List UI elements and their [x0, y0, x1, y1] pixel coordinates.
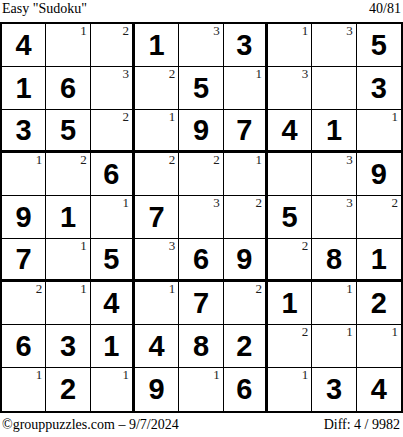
cell-value: 4 [371, 375, 387, 404]
cell-r7c1[interactable]: 2 [2, 282, 46, 325]
cell-r3c3[interactable]: 2 [91, 110, 135, 153]
cell-r6c7[interactable]: 2 [268, 239, 312, 282]
cell-r3c5[interactable]: 9 [179, 110, 223, 153]
cell-value: 1 [149, 31, 165, 60]
cell-r8c8[interactable]: 1 [312, 325, 356, 368]
cell-value: 9 [149, 375, 165, 404]
cell-value: 7 [16, 245, 32, 274]
cell-r8c7[interactable]: 2 [268, 325, 312, 368]
pencil-mark: 2 [169, 66, 176, 81]
pencil-mark: 1 [80, 23, 87, 38]
cell-value: 2 [60, 375, 76, 404]
pencil-mark: 1 [255, 152, 262, 167]
cell-value: 4 [16, 31, 32, 60]
pencil-mark: 2 [302, 324, 309, 339]
pencil-mark: 1 [255, 66, 262, 81]
cell-r1c5[interactable]: 3 [179, 24, 223, 67]
cell-r8c2[interactable]: 3 [46, 325, 90, 368]
cell-value: 3 [236, 31, 252, 60]
pencil-mark: 1 [346, 324, 353, 339]
cell-r2c2[interactable]: 6 [46, 67, 90, 110]
cell-value: 5 [371, 31, 387, 60]
cell-value: 1 [16, 74, 32, 103]
cell-value: 1 [282, 289, 298, 318]
pencil-mark: 1 [122, 367, 129, 382]
cell-value: 1 [60, 203, 76, 232]
cell-value: 8 [326, 245, 342, 274]
pencil-mark: 1 [169, 281, 176, 296]
cell-r6c8[interactable]: 8 [312, 239, 356, 282]
cell-r7c5[interactable]: 7 [179, 282, 223, 325]
pencil-mark: 1 [213, 367, 220, 382]
pencil-mark: 3 [346, 195, 353, 210]
cell-r7c3[interactable]: 4 [91, 282, 135, 325]
pencil-mark: 2 [122, 109, 129, 124]
cell-r5c3[interactable]: 1 [91, 196, 135, 239]
cell-r7c6[interactable]: 2 [224, 282, 268, 325]
copyright-date: ©grouppuzzles.com – 9/7/2024 [2, 417, 179, 433]
pencil-mark: 1 [391, 109, 398, 124]
cell-r7c8[interactable]: 1 [312, 282, 356, 325]
cell-r9c5[interactable]: 1 [179, 368, 223, 411]
pencil-mark: 1 [346, 281, 353, 296]
cell-r1c6[interactable]: 3 [224, 24, 268, 67]
cell-r6c4[interactable]: 3 [135, 239, 179, 282]
cell-value: 1 [371, 245, 387, 274]
cell-value: 4 [103, 289, 119, 318]
pencil-mark: 3 [169, 238, 176, 253]
cell-r2c1[interactable]: 1 [2, 67, 46, 110]
cell-r4c1[interactable]: 1 [2, 153, 46, 196]
pencil-mark: 1 [80, 238, 87, 253]
cell-r8c4[interactable]: 4 [135, 325, 179, 368]
cell-r2c8[interactable] [312, 67, 356, 110]
cell-r5c2[interactable]: 1 [46, 196, 90, 239]
cell-r5c7[interactable]: 5 [268, 196, 312, 239]
cell-r2c9[interactable]: 3 [357, 67, 401, 110]
pencil-mark: 1 [169, 109, 176, 124]
cell-r5c4[interactable]: 7 [135, 196, 179, 239]
cell-r3c7[interactable]: 4 [268, 110, 312, 153]
pencil-mark: 2 [122, 23, 129, 38]
cell-value: 9 [371, 160, 387, 189]
cell-value: 2 [371, 289, 387, 318]
cell-r9c8[interactable]: 3 [312, 368, 356, 411]
cell-r8c3[interactable]: 1 [91, 325, 135, 368]
pencil-mark: 2 [80, 152, 87, 167]
cell-value: 2 [236, 332, 252, 361]
cell-r9c4[interactable]: 9 [135, 368, 179, 411]
cell-value: 6 [16, 332, 32, 361]
pencil-mark: 1 [391, 324, 398, 339]
pencil-mark: 2 [391, 195, 398, 210]
pencil-mark: 2 [255, 195, 262, 210]
puzzle-title: Easy "Sudoku" [2, 1, 87, 17]
cell-r2c4[interactable]: 2 [135, 67, 179, 110]
cell-value: 4 [149, 332, 165, 361]
cell-r8c1[interactable]: 6 [2, 325, 46, 368]
cell-value: 8 [193, 332, 209, 361]
cell-value: 7 [193, 289, 209, 318]
cell-value: 6 [236, 375, 252, 404]
cell-r4c7[interactable] [268, 153, 312, 196]
cell-value: 3 [326, 375, 342, 404]
cell-r9c9[interactable]: 4 [357, 368, 401, 411]
cell-r2c5[interactable]: 5 [179, 67, 223, 110]
pencil-mark: 3 [122, 66, 129, 81]
cell-value: 3 [16, 116, 32, 145]
cell-r6c2[interactable]: 1 [46, 239, 90, 282]
cell-r3c8[interactable]: 1 [312, 110, 356, 153]
cell-r4c8[interactable]: 3 [312, 153, 356, 196]
pencil-mark: 2 [302, 238, 309, 253]
cell-r4c4[interactable]: 2 [135, 153, 179, 196]
cell-value: 7 [236, 116, 252, 145]
cell-r9c6[interactable]: 6 [224, 368, 268, 411]
cell-r3c1[interactable]: 3 [2, 110, 46, 153]
cell-r2c3[interactable]: 3 [91, 67, 135, 110]
cell-r7c7[interactable]: 1 [268, 282, 312, 325]
pencil-mark: 1 [80, 281, 87, 296]
cell-r4c9[interactable]: 9 [357, 153, 401, 196]
cell-value: 3 [371, 74, 387, 103]
cell-r5c1[interactable]: 9 [2, 196, 46, 239]
cell-r3c6[interactable]: 7 [224, 110, 268, 153]
cell-r4c2[interactable]: 2 [46, 153, 90, 196]
cell-r6c1[interactable]: 7 [2, 239, 46, 282]
cell-r5c5[interactable]: 3 [179, 196, 223, 239]
cell-r9c7[interactable]: 1 [268, 368, 312, 411]
cell-r8c9[interactable]: 1 [357, 325, 401, 368]
pencil-mark: 3 [302, 66, 309, 81]
cell-r9c1[interactable]: 1 [2, 368, 46, 411]
cell-r6c3[interactable]: 5 [91, 239, 135, 282]
cell-r3c2[interactable]: 5 [46, 110, 90, 153]
difficulty-label: Diff: 4 / 9982 [324, 417, 400, 433]
cell-value: 6 [103, 160, 119, 189]
cell-r1c3[interactable]: 2 [91, 24, 135, 67]
cell-r3c9[interactable]: 1 [357, 110, 401, 153]
pencil-mark: 2 [213, 152, 220, 167]
cell-r1c7[interactable]: 1 [268, 24, 312, 67]
cell-r4c5[interactable]: 2 [179, 153, 223, 196]
pencil-mark: 2 [36, 281, 43, 296]
cell-value: 6 [193, 245, 209, 274]
cell-value: 1 [326, 116, 342, 145]
cell-value: 5 [60, 116, 76, 145]
cell-r7c2[interactable]: 1 [46, 282, 90, 325]
cell-r4c3[interactable]: 6 [91, 153, 135, 196]
cell-r1c4[interactable]: 1 [135, 24, 179, 67]
cell-r9c2[interactable]: 2 [46, 368, 90, 411]
cell-r6c5[interactable]: 6 [179, 239, 223, 282]
cell-r1c8[interactable]: 3 [312, 24, 356, 67]
cell-value: 5 [103, 245, 119, 274]
cell-r4c6[interactable]: 1 [224, 153, 268, 196]
pencil-mark: 3 [213, 23, 220, 38]
cell-r1c2[interactable]: 1 [46, 24, 90, 67]
puzzle-header: Easy "Sudoku" 40/81 [0, 0, 403, 22]
cell-r8c5[interactable]: 8 [179, 325, 223, 368]
cell-value: 3 [60, 332, 76, 361]
cell-value: 4 [282, 116, 298, 145]
cell-r1c1[interactable]: 4 [2, 24, 46, 67]
cell-r3c4[interactable]: 1 [135, 110, 179, 153]
cell-value: 5 [193, 74, 209, 103]
puzzle-footer: ©grouppuzzles.com – 9/7/2024 Diff: 4 / 9… [0, 413, 403, 437]
pencil-mark: 1 [302, 23, 309, 38]
cell-r8c6[interactable]: 2 [224, 325, 268, 368]
givens-counter: 40/81 [369, 1, 401, 17]
cell-value: 9 [16, 203, 32, 232]
pencil-mark: 2 [169, 152, 176, 167]
cell-value: 9 [193, 116, 209, 145]
pencil-mark: 1 [36, 152, 43, 167]
cell-r5c9[interactable]: 2 [357, 196, 401, 239]
pencil-mark: 1 [302, 367, 309, 382]
cell-r5c6[interactable]: 2 [224, 196, 268, 239]
cell-r5c8[interactable]: 3 [312, 196, 356, 239]
cell-value: 6 [60, 74, 76, 103]
cell-value: 5 [282, 203, 298, 232]
cell-value: 9 [236, 245, 252, 274]
cell-r6c9[interactable]: 1 [357, 239, 401, 282]
pencil-mark: 1 [122, 195, 129, 210]
cell-r1c9[interactable]: 5 [357, 24, 401, 67]
pencil-mark: 3 [346, 23, 353, 38]
cell-r9c3[interactable]: 1 [91, 368, 135, 411]
pencil-mark: 2 [255, 281, 262, 296]
pencil-mark: 1 [36, 367, 43, 382]
pencil-mark: 3 [346, 152, 353, 167]
pencil-mark: 3 [213, 195, 220, 210]
cell-r2c6[interactable]: 1 [224, 67, 268, 110]
cell-r6c6[interactable]: 9 [224, 239, 268, 282]
cell-r7c9[interactable]: 2 [357, 282, 401, 325]
cell-value: 1 [103, 332, 119, 361]
sudoku-grid: 4121331351632513335219741112622139911732… [0, 22, 403, 413]
cell-value: 7 [149, 203, 165, 232]
cell-r7c4[interactable]: 1 [135, 282, 179, 325]
cell-r2c7[interactable]: 3 [268, 67, 312, 110]
